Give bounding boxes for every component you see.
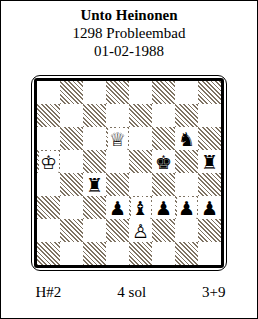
square-f8 bbox=[152, 81, 175, 104]
square-c5 bbox=[83, 150, 106, 173]
square-a5: ♔ bbox=[37, 150, 60, 173]
black-rook-h5: ♜ bbox=[200, 151, 220, 173]
black-pawn-d3: ♟ bbox=[108, 197, 128, 219]
square-b1 bbox=[60, 242, 83, 265]
diagram-header: Unto Heinonen 1298 Probleembad 01-02-198… bbox=[1, 1, 257, 60]
square-b3 bbox=[60, 196, 83, 219]
chess-board: ♕♞♔♚♜♜♟♝♟♟♟♙ bbox=[37, 81, 221, 265]
white-king-a5: ♔ bbox=[39, 151, 59, 173]
board-inner-border: ♕♞♔♚♜♜♟♝♟♟♟♙ bbox=[34, 78, 224, 268]
material-count-label: 3+9 bbox=[202, 284, 225, 301]
square-h7 bbox=[198, 104, 221, 127]
square-h8 bbox=[198, 81, 221, 104]
square-f4 bbox=[152, 173, 175, 196]
square-c6 bbox=[83, 127, 106, 150]
square-a3 bbox=[37, 196, 60, 219]
square-g2 bbox=[175, 219, 198, 242]
black-bishop-e3: ♝ bbox=[131, 197, 151, 219]
square-h5: ♜ bbox=[198, 150, 221, 173]
square-h4 bbox=[198, 173, 221, 196]
stipulation-label: H#2 bbox=[36, 284, 62, 301]
square-a4 bbox=[37, 173, 60, 196]
square-e6 bbox=[129, 127, 152, 150]
square-h1 bbox=[198, 242, 221, 265]
square-b4 bbox=[60, 173, 83, 196]
black-pawn-f3: ♟ bbox=[154, 197, 174, 219]
square-a1 bbox=[37, 242, 60, 265]
black-king-f5: ♚ bbox=[154, 151, 174, 173]
publication-date: 01-02-1988 bbox=[1, 42, 257, 60]
square-b2 bbox=[60, 219, 83, 242]
square-f7 bbox=[152, 104, 175, 127]
square-f2 bbox=[152, 219, 175, 242]
square-b5 bbox=[60, 150, 83, 173]
square-d8 bbox=[106, 81, 129, 104]
black-pawn-g3: ♟ bbox=[177, 197, 197, 219]
author-name: Unto Heinonen bbox=[1, 6, 257, 24]
diagram-page: Unto Heinonen 1298 Probleembad 01-02-198… bbox=[0, 0, 258, 319]
square-g3: ♟ bbox=[175, 196, 198, 219]
square-a6 bbox=[37, 127, 60, 150]
square-c2 bbox=[83, 219, 106, 242]
diagram-caption: H#2 4 sol 3+9 bbox=[31, 284, 228, 301]
square-g6: ♞ bbox=[175, 127, 198, 150]
white-pawn-e2: ♙ bbox=[131, 220, 151, 242]
square-b7 bbox=[60, 104, 83, 127]
square-d1 bbox=[106, 242, 129, 265]
square-e8 bbox=[129, 81, 152, 104]
board-frame: ♕♞♔♚♜♜♟♝♟♟♟♙ bbox=[31, 75, 227, 271]
square-c1 bbox=[83, 242, 106, 265]
square-g4 bbox=[175, 173, 198, 196]
black-pawn-h3: ♟ bbox=[200, 197, 220, 219]
square-c3 bbox=[83, 196, 106, 219]
square-d7 bbox=[106, 104, 129, 127]
square-d4 bbox=[106, 173, 129, 196]
square-f6 bbox=[152, 127, 175, 150]
source-reference: 1298 Probleembad bbox=[1, 24, 257, 42]
square-d5 bbox=[106, 150, 129, 173]
solutions-label: 4 sol bbox=[117, 284, 146, 301]
square-e5 bbox=[129, 150, 152, 173]
square-e3: ♝ bbox=[129, 196, 152, 219]
square-a2 bbox=[37, 219, 60, 242]
black-rook-c4: ♜ bbox=[85, 174, 105, 196]
square-h2 bbox=[198, 219, 221, 242]
square-g1 bbox=[175, 242, 198, 265]
black-knight-g6: ♞ bbox=[177, 128, 197, 150]
square-g7 bbox=[175, 104, 198, 127]
square-b8 bbox=[60, 81, 83, 104]
white-queen-d6: ♕ bbox=[108, 128, 128, 150]
square-d2 bbox=[106, 219, 129, 242]
square-d3: ♟ bbox=[106, 196, 129, 219]
square-e2: ♙ bbox=[129, 219, 152, 242]
square-h3: ♟ bbox=[198, 196, 221, 219]
square-e4 bbox=[129, 173, 152, 196]
square-a7 bbox=[37, 104, 60, 127]
square-g5 bbox=[175, 150, 198, 173]
square-e1 bbox=[129, 242, 152, 265]
square-h6 bbox=[198, 127, 221, 150]
square-f5: ♚ bbox=[152, 150, 175, 173]
square-f3: ♟ bbox=[152, 196, 175, 219]
square-c4: ♜ bbox=[83, 173, 106, 196]
square-d6: ♕ bbox=[106, 127, 129, 150]
square-c8 bbox=[83, 81, 106, 104]
square-c7 bbox=[83, 104, 106, 127]
square-f1 bbox=[152, 242, 175, 265]
square-a8 bbox=[37, 81, 60, 104]
square-e7 bbox=[129, 104, 152, 127]
square-g8 bbox=[175, 81, 198, 104]
square-b6 bbox=[60, 127, 83, 150]
